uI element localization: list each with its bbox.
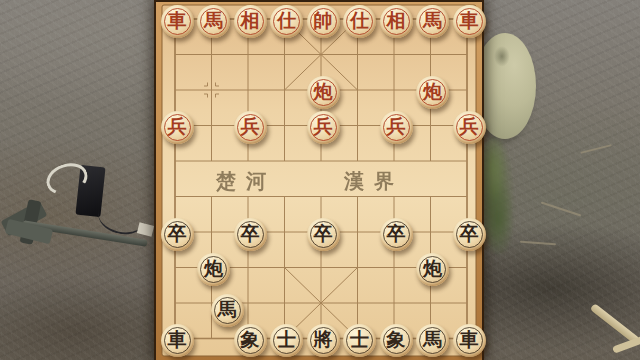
piece-black-soldier[interactable]: 卒 bbox=[161, 218, 194, 251]
piece-black-cannon[interactable]: 炮 bbox=[197, 253, 230, 286]
piece-black-advisor[interactable]: 士 bbox=[270, 324, 303, 357]
piece-character: 士 bbox=[277, 330, 296, 349]
piece-character: 炮 bbox=[423, 259, 442, 278]
piece-character: 卒 bbox=[387, 224, 406, 243]
piece-character: 馬 bbox=[423, 11, 442, 30]
piece-black-advisor[interactable]: 士 bbox=[343, 324, 376, 357]
piece-character: 兵 bbox=[241, 117, 260, 136]
xiangqi-board: 楚河 漢界 車馬相仕帥仕相馬車炮炮兵兵兵兵兵卒卒卒卒炮炮卒馬車象士將士象馬車 bbox=[154, 0, 484, 360]
piece-character: 相 bbox=[241, 11, 260, 30]
piece-character: 卒 bbox=[241, 224, 260, 243]
piece-character: 炮 bbox=[314, 82, 333, 101]
piece-character: 卒 bbox=[314, 224, 333, 243]
piece-character: 象 bbox=[241, 330, 260, 349]
device-tag bbox=[137, 222, 154, 236]
piece-black-soldier[interactable]: 卒 bbox=[307, 218, 340, 251]
piece-black-general[interactable]: 將 bbox=[307, 324, 340, 357]
piece-character: 炮 bbox=[204, 259, 223, 278]
piece-black-cannon[interactable]: 炮 bbox=[416, 253, 449, 286]
piece-character: 兵 bbox=[168, 117, 187, 136]
piece-black-elephant[interactable]: 象 bbox=[234, 324, 267, 357]
piece-black-soldier[interactable]: 卒 bbox=[380, 218, 413, 251]
piece-red-soldier[interactable]: 兵 bbox=[380, 111, 413, 144]
piece-red-horse[interactable]: 馬 bbox=[416, 5, 449, 38]
piece-red-advisor[interactable]: 仕 bbox=[270, 5, 303, 38]
piece-character: 相 bbox=[387, 11, 406, 30]
piece-character: 仕 bbox=[350, 11, 369, 30]
piece-character: 車 bbox=[460, 330, 479, 349]
piece-character: 車 bbox=[460, 11, 479, 30]
piece-red-soldier[interactable]: 兵 bbox=[453, 111, 486, 144]
piece-character: 車 bbox=[168, 11, 187, 30]
piece-character: 仕 bbox=[277, 11, 296, 30]
piece-black-elephant[interactable]: 象 bbox=[380, 324, 413, 357]
piece-character: 兵 bbox=[387, 117, 406, 136]
piece-character: 將 bbox=[314, 330, 333, 349]
piece-character: 象 bbox=[387, 330, 406, 349]
piece-red-elephant[interactable]: 相 bbox=[234, 5, 267, 38]
piece-character: 士 bbox=[350, 330, 369, 349]
piece-character: 車 bbox=[168, 330, 187, 349]
piece-character: 馬 bbox=[204, 11, 223, 30]
piece-character: 兵 bbox=[314, 117, 333, 136]
piece-red-cannon[interactable]: 炮 bbox=[416, 76, 449, 109]
piece-red-general[interactable]: 帥 bbox=[307, 5, 340, 38]
screenshot: 楚河 漢界 車馬相仕帥仕相馬車炮炮兵兵兵兵兵卒卒卒卒炮炮卒馬車象士將士象馬車 bbox=[0, 0, 640, 360]
piece-red-advisor[interactable]: 仕 bbox=[343, 5, 376, 38]
piece-character: 馬 bbox=[218, 300, 237, 319]
piece-red-soldier[interactable]: 兵 bbox=[307, 111, 340, 144]
piece-red-soldier[interactable]: 兵 bbox=[161, 111, 194, 144]
piece-black-chariot[interactable]: 車 bbox=[161, 324, 194, 357]
piece-red-chariot[interactable]: 車 bbox=[453, 5, 486, 38]
piece-red-chariot[interactable]: 車 bbox=[161, 5, 194, 38]
piece-red-elephant[interactable]: 相 bbox=[380, 5, 413, 38]
metal-device-on-ground bbox=[0, 158, 165, 270]
piece-black-soldier[interactable]: 卒 bbox=[453, 218, 486, 251]
piece-red-horse[interactable]: 馬 bbox=[197, 5, 230, 38]
piece-character: 馬 bbox=[423, 330, 442, 349]
piece-black-soldier[interactable]: 卒 bbox=[234, 218, 267, 251]
piece-black-chariot[interactable]: 車 bbox=[453, 324, 486, 357]
piece-character: 兵 bbox=[460, 117, 479, 136]
piece-red-cannon[interactable]: 炮 bbox=[307, 76, 340, 109]
pieces-layer: 車馬相仕帥仕相馬車炮炮兵兵兵兵兵卒卒卒卒炮炮卒馬車象士將士象馬車 bbox=[156, 2, 482, 360]
piece-character: 卒 bbox=[168, 224, 187, 243]
piece-black-horse[interactable]: 馬 bbox=[416, 324, 449, 357]
piece-character: 炮 bbox=[423, 82, 442, 101]
piece-red-soldier[interactable]: 兵 bbox=[234, 111, 267, 144]
piece-character: 帥 bbox=[314, 11, 333, 30]
piece-character: 卒 bbox=[460, 224, 479, 243]
piece-black-horse-moving[interactable]: 馬 bbox=[211, 294, 244, 327]
